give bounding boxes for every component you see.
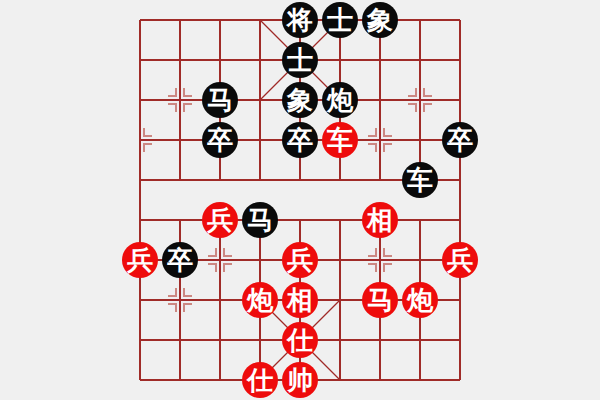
- piece-red-soldier[interactable]: 兵: [202, 202, 238, 238]
- piece-red-elephant[interactable]: 相: [282, 282, 318, 318]
- piece-red-horse[interactable]: 马: [362, 282, 398, 318]
- piece-red-elephant[interactable]: 相: [362, 202, 398, 238]
- pieces-layer: 将士象士马象炮卒卒车卒车兵马相兵卒兵兵炮相马炮仕仕帅: [0, 0, 600, 400]
- piece-black-soldier[interactable]: 卒: [282, 122, 318, 158]
- piece-black-soldier[interactable]: 卒: [162, 242, 198, 278]
- piece-red-soldier[interactable]: 兵: [282, 242, 318, 278]
- piece-black-general[interactable]: 将: [282, 2, 318, 38]
- piece-red-advisor[interactable]: 仕: [282, 322, 318, 358]
- piece-black-elephant[interactable]: 象: [362, 2, 398, 38]
- piece-red-soldier[interactable]: 兵: [122, 242, 158, 278]
- piece-red-soldier[interactable]: 兵: [442, 242, 478, 278]
- piece-black-advisor[interactable]: 士: [322, 2, 358, 38]
- piece-black-chariot[interactable]: 车: [402, 162, 438, 198]
- piece-black-horse[interactable]: 马: [242, 202, 278, 238]
- piece-black-cannon[interactable]: 炮: [322, 82, 358, 118]
- piece-red-advisor[interactable]: 仕: [242, 362, 278, 398]
- piece-black-soldier[interactable]: 卒: [202, 122, 238, 158]
- piece-red-chariot[interactable]: 车: [322, 122, 358, 158]
- piece-black-horse[interactable]: 马: [202, 82, 238, 118]
- piece-red-cannon[interactable]: 炮: [242, 282, 278, 318]
- piece-red-cannon[interactable]: 炮: [402, 282, 438, 318]
- xiangqi-board[interactable]: 将士象士马象炮卒卒车卒车兵马相兵卒兵兵炮相马炮仕仕帅: [0, 0, 600, 400]
- piece-black-advisor[interactable]: 士: [282, 42, 318, 78]
- piece-red-general[interactable]: 帅: [282, 362, 318, 398]
- piece-black-elephant[interactable]: 象: [282, 82, 318, 118]
- piece-black-soldier[interactable]: 卒: [442, 122, 478, 158]
